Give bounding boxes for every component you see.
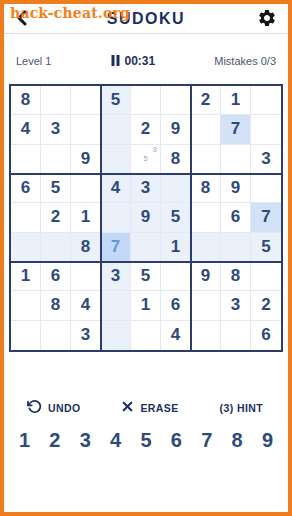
cell-r4c5[interactable]: 3 <box>131 174 161 203</box>
cell-digit: 6 <box>171 295 180 315</box>
numpad-8[interactable]: 8 <box>232 430 243 450</box>
cell-r4c8[interactable]: 9 <box>221 174 251 203</box>
cell-r1c6[interactable] <box>161 86 191 115</box>
cell-digit: 6 <box>51 266 60 286</box>
cell-digit: 9 <box>231 178 240 198</box>
cell-r7c5[interactable]: 5 <box>131 262 161 291</box>
cell-r6c4[interactable]: 7 <box>101 233 131 262</box>
cell-digit: 9 <box>201 266 210 286</box>
cell-r6c7[interactable] <box>191 233 221 262</box>
numpad-3[interactable]: 3 <box>80 430 91 450</box>
cell-r8c1[interactable] <box>11 291 41 320</box>
cell-r7c1[interactable]: 1 <box>11 262 41 291</box>
cell-r2c3[interactable] <box>71 115 101 144</box>
pencil-notes: 35 <box>131 145 160 173</box>
cell-r8c7[interactable] <box>191 291 221 320</box>
pause-icon <box>111 55 120 68</box>
cell-r3c7[interactable] <box>191 145 221 174</box>
numpad: 123456789 <box>4 429 288 451</box>
cell-digit: 4 <box>81 295 90 315</box>
cell-r8c6[interactable]: 6 <box>161 291 191 320</box>
cell-r8c4[interactable] <box>101 291 131 320</box>
cell-digit: 8 <box>201 178 210 198</box>
cell-r3c1[interactable] <box>11 145 41 174</box>
cell-digit: 3 <box>141 178 150 198</box>
cell-digit: 8 <box>81 237 90 257</box>
cell-r7c7[interactable]: 9 <box>191 262 221 291</box>
hint-label: (3) HINT <box>220 402 263 414</box>
cell-r5c6[interactable]: 5 <box>161 203 191 232</box>
cell-r5c4[interactable] <box>101 203 131 232</box>
cell-r4c4[interactable]: 4 <box>101 174 131 203</box>
cell-r6c8[interactable] <box>221 233 251 262</box>
cell-r7c9[interactable] <box>251 262 281 291</box>
cell-r9c2[interactable] <box>41 321 71 350</box>
settings-button[interactable] <box>257 8 277 28</box>
cell-r8c2[interactable]: 8 <box>41 291 71 320</box>
pause-button[interactable]: 00:31 <box>111 54 156 68</box>
numpad-7[interactable]: 7 <box>201 430 212 450</box>
cell-r9c1[interactable] <box>11 321 41 350</box>
cell-r4c7[interactable]: 8 <box>191 174 221 203</box>
cell-digit: 2 <box>261 295 270 315</box>
cell-r3c3[interactable]: 9 <box>71 145 101 174</box>
cell-r1c2[interactable] <box>41 86 71 115</box>
cell-digit: 3 <box>51 119 60 139</box>
cell-r5c9[interactable]: 7 <box>251 203 281 232</box>
numpad-1[interactable]: 1 <box>19 430 30 450</box>
cell-r1c5[interactable] <box>131 86 161 115</box>
cell-digit: 6 <box>21 178 30 198</box>
cell-r4c6[interactable] <box>161 174 191 203</box>
cell-r1c7[interactable]: 2 <box>191 86 221 115</box>
cell-digit: 5 <box>51 178 60 198</box>
cell-r2c9[interactable] <box>251 115 281 144</box>
cell-digit: 1 <box>141 295 150 315</box>
cell-digit: 1 <box>81 207 90 227</box>
cell-r1c8[interactable]: 1 <box>221 86 251 115</box>
cell-r9c8[interactable] <box>221 321 251 350</box>
cell-digit: 1 <box>21 266 30 286</box>
cell-digit: 3 <box>111 266 120 286</box>
numpad-4[interactable]: 4 <box>110 430 121 450</box>
cell-digit: 4 <box>21 119 30 139</box>
undo-label: UNDO <box>48 402 81 414</box>
cell-r1c9[interactable] <box>251 86 281 115</box>
cell-r2c4[interactable] <box>101 115 131 144</box>
cell-r2c2[interactable]: 3 <box>41 115 71 144</box>
timer-value: 00:31 <box>125 54 156 68</box>
cell-r2c5[interactable]: 2 <box>131 115 161 144</box>
cell-r9c5[interactable] <box>131 321 161 350</box>
cell-digit: 8 <box>171 149 180 169</box>
cell-r5c2[interactable]: 2 <box>41 203 71 232</box>
cell-r9c4[interactable] <box>101 321 131 350</box>
undo-button[interactable]: UNDO <box>27 399 81 417</box>
cell-r8c5[interactable]: 1 <box>131 291 161 320</box>
cell-r6c2[interactable] <box>41 233 71 262</box>
cell-r8c9[interactable]: 2 <box>251 291 281 320</box>
cell-digit: 9 <box>141 207 150 227</box>
cell-digit: 2 <box>51 207 60 227</box>
cell-r7c6[interactable] <box>161 262 191 291</box>
cell-digit: 4 <box>171 325 180 345</box>
cell-digit: 6 <box>231 207 240 227</box>
cell-r6c1[interactable] <box>11 233 41 262</box>
cell-r2c8[interactable]: 7 <box>221 115 251 144</box>
cell-digit: 7 <box>111 237 120 257</box>
cell-digit: 5 <box>141 266 150 286</box>
numpad-9[interactable]: 9 <box>262 430 273 450</box>
mistakes-label: Mistakes 0/3 <box>214 55 276 67</box>
cell-digit: 3 <box>261 149 270 169</box>
cell-r6c3[interactable]: 8 <box>71 233 101 262</box>
cell-r6c5[interactable] <box>131 233 161 262</box>
cell-r5c3[interactable]: 1 <box>71 203 101 232</box>
controls-bar: UNDO ERASE (3) HINT <box>4 399 288 416</box>
cell-digit: 9 <box>81 149 90 169</box>
cell-r1c3[interactable] <box>71 86 101 115</box>
gear-icon <box>257 16 277 31</box>
cell-digit: 2 <box>201 90 210 110</box>
cell-digit: 7 <box>231 119 240 139</box>
cell-r8c3[interactable]: 4 <box>71 291 101 320</box>
watermark: hack-cheat.org <box>10 5 130 21</box>
cell-digit: 4 <box>111 178 120 198</box>
cell-digit: 8 <box>231 266 240 286</box>
cell-digit: 1 <box>171 237 180 257</box>
numpad-5[interactable]: 5 <box>140 430 151 450</box>
cell-r3c9[interactable]: 3 <box>251 145 281 174</box>
cell-r9c6[interactable]: 4 <box>161 321 191 350</box>
cell-digit: 5 <box>171 207 180 227</box>
cell-r4c9[interactable] <box>251 174 281 203</box>
cell-r4c2[interactable]: 5 <box>41 174 71 203</box>
cell-r7c2[interactable]: 6 <box>41 262 71 291</box>
cell-r9c7[interactable] <box>191 321 221 350</box>
cell-r2c7[interactable] <box>191 115 221 144</box>
cell-r1c4[interactable]: 5 <box>101 86 131 115</box>
sudoku-grid: 8521432979358365438921956787151635988416… <box>9 84 283 352</box>
cell-r5c1[interactable] <box>11 203 41 232</box>
cell-r3c2[interactable] <box>41 145 71 174</box>
cell-digit: 5 <box>261 237 270 257</box>
cell-r6c6[interactable]: 1 <box>161 233 191 262</box>
cell-r3c8[interactable] <box>221 145 251 174</box>
cell-r5c7[interactable] <box>191 203 221 232</box>
cell-r9c9[interactable]: 6 <box>251 321 281 350</box>
undo-icon <box>27 399 42 417</box>
cell-r9c3[interactable]: 3 <box>71 321 101 350</box>
cell-digit: 1 <box>231 90 240 110</box>
cell-r3c4[interactable] <box>101 145 131 174</box>
cell-r2c1[interactable]: 4 <box>11 115 41 144</box>
cell-digit: 7 <box>261 207 270 227</box>
numpad-2[interactable]: 2 <box>49 430 60 450</box>
level-label: Level 1 <box>16 55 51 67</box>
cell-r2c6[interactable]: 9 <box>161 115 191 144</box>
cell-r4c1[interactable]: 6 <box>11 174 41 203</box>
cell-r6c9[interactable]: 5 <box>251 233 281 262</box>
cell-digit: 2 <box>141 119 150 139</box>
hint-button[interactable]: (3) HINT <box>220 402 263 414</box>
cell-digit: 9 <box>171 119 180 139</box>
cell-digit: 6 <box>261 325 270 345</box>
cell-digit: 3 <box>81 325 90 345</box>
cell-r8c8[interactable]: 3 <box>221 291 251 320</box>
cell-r7c3[interactable] <box>71 262 101 291</box>
sudoku-app: hack-cheat.org SUDOKU Level 1 00:31 Mist… <box>0 0 292 516</box>
erase-button[interactable]: ERASE <box>121 400 178 416</box>
cell-r1c1[interactable]: 8 <box>11 86 41 115</box>
cell-digit: 3 <box>231 295 240 315</box>
cell-digit: 8 <box>21 90 30 110</box>
cell-r3c5[interactable]: 35 <box>131 145 161 174</box>
cell-r5c8[interactable]: 6 <box>221 203 251 232</box>
cell-r5c5[interactable]: 9 <box>131 203 161 232</box>
cell-digit: 8 <box>51 295 60 315</box>
cell-r7c4[interactable]: 3 <box>101 262 131 291</box>
numpad-6[interactable]: 6 <box>171 430 182 450</box>
cell-r7c8[interactable]: 8 <box>221 262 251 291</box>
erase-x-icon <box>121 400 134 416</box>
cell-r3c6[interactable]: 8 <box>161 145 191 174</box>
erase-label: ERASE <box>140 402 178 414</box>
cell-digit: 5 <box>111 90 120 110</box>
cell-r4c3[interactable] <box>71 174 101 203</box>
status-bar: Level 1 00:31 Mistakes 0/3 <box>4 52 288 70</box>
